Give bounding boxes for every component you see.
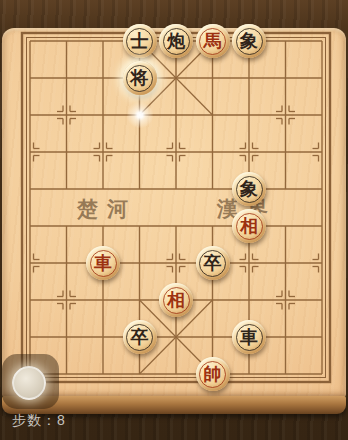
piece-black-soldier[interactable]: 卒 <box>123 320 157 354</box>
river-label-left: 楚河 <box>77 195 137 223</box>
piece-red-horse[interactable]: 馬 <box>196 24 230 58</box>
xiangqi-app: 楚河 漢界 士炮馬象将象相車卒相卒車帥 步数：8 <box>0 0 348 440</box>
piece-black-cannon[interactable]: 炮 <box>159 24 193 58</box>
last-move-marker <box>126 101 154 129</box>
piece-red-chariot[interactable]: 車 <box>86 246 120 280</box>
piece-black-general[interactable]: 将 <box>123 61 157 95</box>
control-knob-icon <box>12 366 46 400</box>
piece-red-elephant[interactable]: 相 <box>159 283 193 317</box>
piece-black-advisor[interactable]: 士 <box>123 24 157 58</box>
piece-black-soldier[interactable]: 卒 <box>196 246 230 280</box>
piece-red-elephant[interactable]: 相 <box>232 209 266 243</box>
move-counter: 步数：8 <box>12 412 66 430</box>
piece-red-general[interactable]: 帥 <box>196 357 230 391</box>
floating-control[interactable] <box>2 354 59 409</box>
piece-black-elephant[interactable]: 象 <box>232 172 266 206</box>
piece-black-chariot[interactable]: 車 <box>232 320 266 354</box>
piece-black-elephant[interactable]: 象 <box>232 24 266 58</box>
